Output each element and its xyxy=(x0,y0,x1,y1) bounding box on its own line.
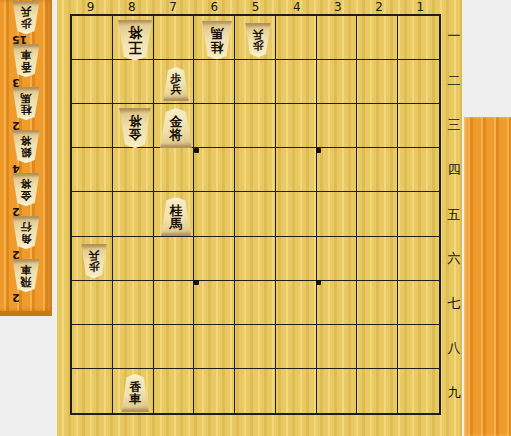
board-square-2-2[interactable] xyxy=(357,60,398,104)
board-square-7-4[interactable] xyxy=(154,148,195,192)
file-label: 4 xyxy=(276,0,317,14)
piece-gote-pawn[interactable]: 歩兵 xyxy=(11,1,41,34)
board-square-1-1[interactable] xyxy=(398,16,439,60)
board-square-9-5[interactable] xyxy=(72,192,113,236)
board-square-6-4[interactable] xyxy=(194,148,235,192)
board-square-8-5[interactable] xyxy=(113,192,154,236)
hand-entry-pawn[interactable]: 歩兵15 xyxy=(0,0,52,43)
hand-entry-bishop[interactable]: 角行2 xyxy=(0,215,52,258)
board-square-6-8[interactable] xyxy=(194,325,235,369)
board-square-4-3[interactable] xyxy=(276,104,317,148)
piece-kanji: 将 xyxy=(169,128,182,141)
piece-kanji: 車 xyxy=(21,49,32,60)
piece-kanji: 兵 xyxy=(89,249,100,260)
board-square-5-9[interactable] xyxy=(235,369,276,413)
board-square-1-6[interactable] xyxy=(398,237,439,281)
star-point xyxy=(316,148,321,153)
board-square-8-2[interactable] xyxy=(113,60,154,104)
file-label: 5 xyxy=(235,0,276,14)
board-square-9-1[interactable] xyxy=(72,16,113,60)
board-grid: 王将桂馬歩兵歩兵金将金将桂馬歩兵香車 xyxy=(70,14,441,415)
piece-kanji: 将 xyxy=(128,26,142,40)
board-square-9-3[interactable] xyxy=(72,104,113,148)
board-square-2-6[interactable] xyxy=(357,237,398,281)
star-point xyxy=(316,280,321,285)
file-label: 3 xyxy=(317,0,358,14)
gote-hand-tray: 歩兵15香車3桂馬2銀将4金将2角行2飛車2 xyxy=(0,0,52,316)
board-square-4-8[interactable] xyxy=(276,325,317,369)
piece-kanji: 車 xyxy=(129,393,141,405)
board-square-4-1[interactable] xyxy=(276,16,317,60)
board-square-5-4[interactable] xyxy=(235,148,276,192)
rank-label: 四 xyxy=(446,148,462,193)
side-panel xyxy=(464,117,511,436)
star-point xyxy=(194,148,199,153)
board-square-5-2[interactable] xyxy=(235,60,276,104)
board-square-3-4[interactable] xyxy=(317,148,358,192)
board-square-2-8[interactable] xyxy=(357,325,398,369)
piece-kanji: 王 xyxy=(128,40,142,54)
file-label: 6 xyxy=(194,0,235,14)
board-square-4-9[interactable] xyxy=(276,369,317,413)
board-square-8-8[interactable] xyxy=(113,325,154,369)
rank-label: 七 xyxy=(446,281,462,326)
board-square-3-8[interactable] xyxy=(317,325,358,369)
board-square-4-6[interactable] xyxy=(276,237,317,281)
piece-kanji: 金 xyxy=(21,190,32,201)
board-square-1-9[interactable] xyxy=(398,369,439,413)
piece-kanji: 将 xyxy=(129,115,142,128)
board-square-7-8[interactable] xyxy=(154,325,195,369)
board-square-1-7[interactable] xyxy=(398,281,439,325)
board-square-3-2[interactable] xyxy=(317,60,358,104)
piece-kanji: 将 xyxy=(21,178,32,189)
board-square-5-5[interactable] xyxy=(235,192,276,236)
board-square-9-8[interactable] xyxy=(72,325,113,369)
board-square-7-9[interactable] xyxy=(154,369,195,413)
piece-gote-silver[interactable]: 銀将 xyxy=(11,130,41,163)
piece-kanji: 金 xyxy=(169,115,182,128)
piece-kanji: 香 xyxy=(21,61,32,72)
piece-kanji: 行 xyxy=(21,221,32,232)
piece-gote-lance[interactable]: 香車 xyxy=(11,44,41,77)
piece-kanji: 歩 xyxy=(89,261,100,272)
file-label: 9 xyxy=(70,0,111,14)
board-square-2-5[interactable] xyxy=(357,192,398,236)
board-square-7-1[interactable] xyxy=(154,16,195,60)
piece-kanji: 歩 xyxy=(21,18,32,29)
hand-entry-silver[interactable]: 銀将4 xyxy=(0,129,52,172)
file-label: 8 xyxy=(111,0,152,14)
board-square-2-4[interactable] xyxy=(357,148,398,192)
board-square-6-6[interactable] xyxy=(194,237,235,281)
board-square-3-1[interactable] xyxy=(317,16,358,60)
rank-label: 三 xyxy=(446,103,462,148)
board-square-1-8[interactable] xyxy=(398,325,439,369)
board-square-2-9[interactable] xyxy=(357,369,398,413)
piece-gote-bishop[interactable]: 角行 xyxy=(11,216,41,249)
board-square-7-6[interactable] xyxy=(154,237,195,281)
piece-kanji: 馬 xyxy=(169,217,182,230)
board-square-1-4[interactable] xyxy=(398,148,439,192)
piece-kanji: 兵 xyxy=(170,84,181,95)
piece-kanji: 飛 xyxy=(21,276,32,287)
board-square-3-7[interactable] xyxy=(317,281,358,325)
board-square-5-8[interactable] xyxy=(235,325,276,369)
board-square-4-2[interactable] xyxy=(276,60,317,104)
rank-label: 六 xyxy=(446,237,462,282)
piece-kanji: 銀 xyxy=(21,147,32,158)
piece-kanji: 桂 xyxy=(210,40,223,53)
piece-kanji: 金 xyxy=(129,128,142,141)
board-square-2-3[interactable] xyxy=(357,104,398,148)
shogi-app: 歩兵15香車3桂馬2銀将4金将2角行2飛車2 987654321 王将桂馬歩兵歩… xyxy=(0,0,511,436)
board-square-9-7[interactable] xyxy=(72,281,113,325)
board-square-6-3[interactable] xyxy=(194,104,235,148)
board-square-6-7[interactable] xyxy=(194,281,235,325)
rank-label: 八 xyxy=(446,326,462,371)
piece-gote-rook[interactable]: 飛車 xyxy=(11,259,41,292)
piece-kanji: 車 xyxy=(21,264,32,275)
board-square-6-9[interactable] xyxy=(194,369,235,413)
board-square-1-5[interactable] xyxy=(398,192,439,236)
rank-labels: 一二三四五六七八九 xyxy=(446,14,462,415)
board-square-5-7[interactable] xyxy=(235,281,276,325)
piece-gote-knight[interactable]: 桂馬 xyxy=(11,87,41,120)
hand-count: 2 xyxy=(12,291,20,304)
hand-entry-gold[interactable]: 金将2 xyxy=(0,172,52,215)
piece-kanji: 将 xyxy=(21,135,32,146)
board-square-6-5[interactable] xyxy=(194,192,235,236)
board-square-5-3[interactable] xyxy=(235,104,276,148)
board-square-3-6[interactable] xyxy=(317,237,358,281)
piece-gote-gold[interactable]: 金将 xyxy=(11,173,41,206)
board-square-7-7[interactable] xyxy=(154,281,195,325)
piece-kanji: 桂 xyxy=(21,104,32,115)
board-square-3-5[interactable] xyxy=(317,192,358,236)
board-square-2-7[interactable] xyxy=(357,281,398,325)
piece-kanji: 桂 xyxy=(169,203,182,216)
file-label: 7 xyxy=(152,0,193,14)
hand-entry-lance[interactable]: 香車3 xyxy=(0,43,52,86)
board-square-3-3[interactable] xyxy=(317,104,358,148)
rank-label: 二 xyxy=(446,59,462,104)
board-square-1-3[interactable] xyxy=(398,104,439,148)
rank-label: 九 xyxy=(446,371,462,416)
board-square-9-4[interactable] xyxy=(72,148,113,192)
board-square-2-1[interactable] xyxy=(357,16,398,60)
shogi-board: 987654321 王将桂馬歩兵歩兵金将金将桂馬歩兵香車 一二三四五六七八九 xyxy=(57,0,462,436)
board-square-3-9[interactable] xyxy=(317,369,358,413)
piece-kanji: 兵 xyxy=(21,6,32,17)
hand-entry-knight[interactable]: 桂馬2 xyxy=(0,86,52,129)
board-square-9-2[interactable] xyxy=(72,60,113,104)
board-square-8-6[interactable] xyxy=(113,237,154,281)
board-square-5-6[interactable] xyxy=(235,237,276,281)
file-labels: 987654321 xyxy=(70,0,441,14)
board-square-8-4[interactable] xyxy=(113,148,154,192)
board-square-4-7[interactable] xyxy=(276,281,317,325)
piece-kanji: 馬 xyxy=(210,27,223,40)
board-square-1-2[interactable] xyxy=(398,60,439,104)
board-square-9-9[interactable] xyxy=(72,369,113,413)
hand-entry-rook[interactable]: 飛車2 xyxy=(0,258,52,301)
board-square-4-5[interactable] xyxy=(276,192,317,236)
file-label: 1 xyxy=(400,0,441,14)
board-square-4-4[interactable] xyxy=(276,148,317,192)
piece-kanji: 兵 xyxy=(252,29,263,40)
file-label: 2 xyxy=(359,0,400,14)
rank-label: 五 xyxy=(446,192,462,237)
piece-kanji: 歩 xyxy=(252,40,263,51)
piece-kanji: 馬 xyxy=(21,92,32,103)
board-square-6-2[interactable] xyxy=(194,60,235,104)
rank-label: 一 xyxy=(446,14,462,59)
piece-kanji: 角 xyxy=(21,233,32,244)
star-point xyxy=(194,280,199,285)
board-square-8-7[interactable] xyxy=(113,281,154,325)
